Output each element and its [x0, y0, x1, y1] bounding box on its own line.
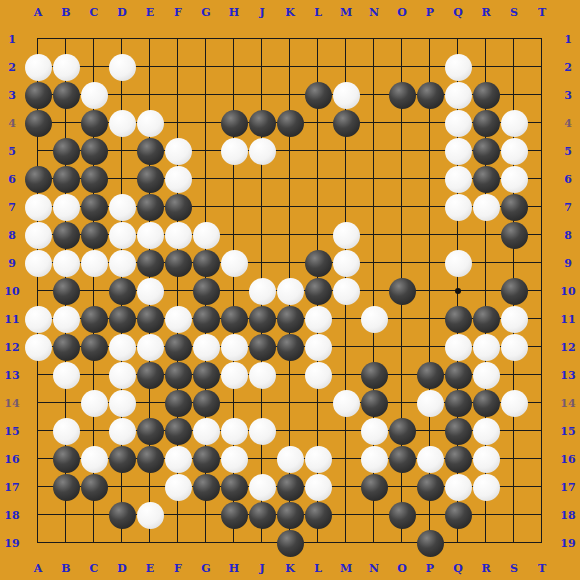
intersection-C9[interactable]: ● — [80, 249, 108, 277]
intersection-B16[interactable]: ● — [52, 445, 80, 473]
intersection-T16[interactable] — [528, 445, 556, 473]
intersection-R11[interactable]: ● — [472, 305, 500, 333]
intersection-M4[interactable]: ● — [332, 109, 360, 137]
intersection-E12[interactable]: ● — [136, 333, 164, 361]
intersection-E18[interactable]: ● — [136, 501, 164, 529]
intersection-A8[interactable]: ● — [24, 221, 52, 249]
intersection-F8[interactable]: ● — [164, 221, 192, 249]
intersection-H2[interactable] — [220, 53, 248, 81]
intersection-J3[interactable] — [248, 81, 276, 109]
intersection-N15[interactable]: ● — [360, 417, 388, 445]
intersection-E7[interactable]: ● — [136, 193, 164, 221]
intersection-H10[interactable] — [220, 277, 248, 305]
intersection-K9[interactable] — [276, 249, 304, 277]
intersection-T8[interactable] — [528, 221, 556, 249]
intersection-A18[interactable] — [24, 501, 52, 529]
intersection-P9[interactable] — [416, 249, 444, 277]
intersection-K7[interactable] — [276, 193, 304, 221]
intersection-J14[interactable] — [248, 389, 276, 417]
intersection-J10[interactable]: ● — [248, 277, 276, 305]
intersection-E13[interactable]: ● — [136, 361, 164, 389]
intersection-D10[interactable]: ● — [108, 277, 136, 305]
intersection-G6[interactable] — [192, 165, 220, 193]
intersection-G12[interactable]: ● — [192, 333, 220, 361]
intersection-C15[interactable] — [80, 417, 108, 445]
intersection-O13[interactable] — [388, 361, 416, 389]
intersection-P10[interactable] — [416, 277, 444, 305]
intersection-B15[interactable]: ● — [52, 417, 80, 445]
intersection-N2[interactable] — [360, 53, 388, 81]
intersection-C13[interactable] — [80, 361, 108, 389]
intersection-N7[interactable] — [360, 193, 388, 221]
intersection-C2[interactable] — [80, 53, 108, 81]
intersection-M11[interactable] — [332, 305, 360, 333]
intersection-B11[interactable]: ● — [52, 305, 80, 333]
intersection-Q6[interactable]: ● — [444, 165, 472, 193]
intersection-F12[interactable]: ● — [164, 333, 192, 361]
intersection-L16[interactable]: ● — [304, 445, 332, 473]
intersection-C18[interactable] — [80, 501, 108, 529]
intersection-L9[interactable]: ● — [304, 249, 332, 277]
intersection-C4[interactable]: ● — [80, 109, 108, 137]
intersection-N4[interactable] — [360, 109, 388, 137]
intersection-D3[interactable] — [108, 81, 136, 109]
intersection-H15[interactable]: ● — [220, 417, 248, 445]
intersection-M15[interactable] — [332, 417, 360, 445]
intersection-B6[interactable]: ● — [52, 165, 80, 193]
intersection-T7[interactable] — [528, 193, 556, 221]
intersection-S11[interactable]: ● — [500, 305, 528, 333]
intersection-T9[interactable] — [528, 249, 556, 277]
intersection-L12[interactable]: ● — [304, 333, 332, 361]
intersection-P17[interactable]: ● — [416, 473, 444, 501]
intersection-O9[interactable] — [388, 249, 416, 277]
intersection-T1[interactable] — [528, 25, 556, 53]
intersection-M8[interactable]: ● — [332, 221, 360, 249]
intersection-E11[interactable]: ● — [136, 305, 164, 333]
intersection-D7[interactable]: ● — [108, 193, 136, 221]
intersection-M10[interactable]: ● — [332, 277, 360, 305]
intersection-A16[interactable] — [24, 445, 52, 473]
intersection-S2[interactable] — [500, 53, 528, 81]
intersection-H16[interactable]: ● — [220, 445, 248, 473]
intersection-Q7[interactable]: ● — [444, 193, 472, 221]
intersection-D1[interactable] — [108, 25, 136, 53]
intersection-P4[interactable] — [416, 109, 444, 137]
intersection-S4[interactable]: ● — [500, 109, 528, 137]
intersection-H1[interactable] — [220, 25, 248, 53]
intersection-B7[interactable]: ● — [52, 193, 80, 221]
intersection-J18[interactable]: ● — [248, 501, 276, 529]
intersection-D13[interactable]: ● — [108, 361, 136, 389]
intersection-B3[interactable]: ● — [52, 81, 80, 109]
intersection-D2[interactable]: ● — [108, 53, 136, 81]
intersection-L2[interactable] — [304, 53, 332, 81]
intersection-N1[interactable] — [360, 25, 388, 53]
intersection-T17[interactable] — [528, 473, 556, 501]
intersection-K11[interactable]: ● — [276, 305, 304, 333]
intersection-J1[interactable] — [248, 25, 276, 53]
intersection-E8[interactable]: ● — [136, 221, 164, 249]
intersection-G15[interactable]: ● — [192, 417, 220, 445]
intersection-O6[interactable] — [388, 165, 416, 193]
intersection-T4[interactable] — [528, 109, 556, 137]
intersection-M19[interactable] — [332, 529, 360, 557]
intersection-O19[interactable] — [388, 529, 416, 557]
intersection-D16[interactable]: ● — [108, 445, 136, 473]
intersection-L15[interactable] — [304, 417, 332, 445]
intersection-D12[interactable]: ● — [108, 333, 136, 361]
intersection-P1[interactable] — [416, 25, 444, 53]
intersection-S7[interactable]: ● — [500, 193, 528, 221]
intersection-H7[interactable] — [220, 193, 248, 221]
intersection-M16[interactable] — [332, 445, 360, 473]
intersection-O10[interactable]: ● — [388, 277, 416, 305]
intersection-N9[interactable] — [360, 249, 388, 277]
intersection-M7[interactable] — [332, 193, 360, 221]
intersection-K14[interactable] — [276, 389, 304, 417]
intersection-F7[interactable]: ● — [164, 193, 192, 221]
intersection-L17[interactable]: ● — [304, 473, 332, 501]
intersection-S12[interactable]: ● — [500, 333, 528, 361]
intersection-R17[interactable]: ● — [472, 473, 500, 501]
intersection-Q2[interactable]: ● — [444, 53, 472, 81]
intersection-Q11[interactable]: ● — [444, 305, 472, 333]
intersection-B1[interactable] — [52, 25, 80, 53]
intersection-O18[interactable]: ● — [388, 501, 416, 529]
intersection-K12[interactable]: ● — [276, 333, 304, 361]
intersection-L14[interactable] — [304, 389, 332, 417]
intersection-T2[interactable] — [528, 53, 556, 81]
intersection-K4[interactable]: ● — [276, 109, 304, 137]
intersection-B4[interactable] — [52, 109, 80, 137]
intersection-K2[interactable] — [276, 53, 304, 81]
intersection-G1[interactable] — [192, 25, 220, 53]
intersection-L4[interactable] — [304, 109, 332, 137]
intersection-F5[interactable]: ● — [164, 137, 192, 165]
intersection-L5[interactable] — [304, 137, 332, 165]
intersection-E17[interactable] — [136, 473, 164, 501]
intersection-R6[interactable]: ● — [472, 165, 500, 193]
intersection-S15[interactable] — [500, 417, 528, 445]
intersection-O15[interactable]: ● — [388, 417, 416, 445]
intersection-A11[interactable]: ● — [24, 305, 52, 333]
intersection-F15[interactable]: ● — [164, 417, 192, 445]
intersection-C10[interactable] — [80, 277, 108, 305]
intersection-C7[interactable]: ● — [80, 193, 108, 221]
intersection-K17[interactable]: ● — [276, 473, 304, 501]
intersection-P12[interactable] — [416, 333, 444, 361]
intersection-C3[interactable]: ● — [80, 81, 108, 109]
intersection-A6[interactable]: ● — [24, 165, 52, 193]
intersection-M9[interactable]: ● — [332, 249, 360, 277]
intersection-Q1[interactable] — [444, 25, 472, 53]
intersection-H3[interactable] — [220, 81, 248, 109]
intersection-H5[interactable]: ● — [220, 137, 248, 165]
intersection-R14[interactable]: ● — [472, 389, 500, 417]
intersection-K18[interactable]: ● — [276, 501, 304, 529]
intersection-G10[interactable]: ● — [192, 277, 220, 305]
intersection-D15[interactable]: ● — [108, 417, 136, 445]
intersection-C12[interactable]: ● — [80, 333, 108, 361]
intersection-R2[interactable] — [472, 53, 500, 81]
intersection-L10[interactable]: ● — [304, 277, 332, 305]
intersection-T13[interactable] — [528, 361, 556, 389]
intersection-N6[interactable] — [360, 165, 388, 193]
intersection-P14[interactable]: ● — [416, 389, 444, 417]
intersection-N14[interactable]: ● — [360, 389, 388, 417]
intersection-R16[interactable]: ● — [472, 445, 500, 473]
intersection-T15[interactable] — [528, 417, 556, 445]
intersection-O17[interactable] — [388, 473, 416, 501]
intersection-O1[interactable] — [388, 25, 416, 53]
intersection-F9[interactable]: ● — [164, 249, 192, 277]
intersection-A4[interactable]: ● — [24, 109, 52, 137]
intersection-K3[interactable] — [276, 81, 304, 109]
intersection-G9[interactable]: ● — [192, 249, 220, 277]
intersection-R12[interactable]: ● — [472, 333, 500, 361]
intersection-T11[interactable] — [528, 305, 556, 333]
intersection-J13[interactable]: ● — [248, 361, 276, 389]
intersection-E2[interactable] — [136, 53, 164, 81]
intersection-E9[interactable]: ● — [136, 249, 164, 277]
intersection-D5[interactable] — [108, 137, 136, 165]
intersection-G19[interactable] — [192, 529, 220, 557]
intersection-M18[interactable] — [332, 501, 360, 529]
intersection-L18[interactable]: ● — [304, 501, 332, 529]
intersection-N10[interactable] — [360, 277, 388, 305]
intersection-M6[interactable] — [332, 165, 360, 193]
intersection-P6[interactable] — [416, 165, 444, 193]
intersection-A7[interactable]: ● — [24, 193, 52, 221]
intersection-S18[interactable] — [500, 501, 528, 529]
intersection-B9[interactable]: ● — [52, 249, 80, 277]
intersection-E15[interactable]: ● — [136, 417, 164, 445]
intersection-F17[interactable]: ● — [164, 473, 192, 501]
intersection-T19[interactable] — [528, 529, 556, 557]
intersection-R18[interactable] — [472, 501, 500, 529]
intersection-G18[interactable] — [192, 501, 220, 529]
intersection-F14[interactable]: ● — [164, 389, 192, 417]
intersection-G11[interactable]: ● — [192, 305, 220, 333]
intersection-P19[interactable]: ● — [416, 529, 444, 557]
intersection-T14[interactable] — [528, 389, 556, 417]
intersection-N16[interactable]: ● — [360, 445, 388, 473]
intersection-E6[interactable]: ● — [136, 165, 164, 193]
intersection-J2[interactable] — [248, 53, 276, 81]
intersection-B5[interactable]: ● — [52, 137, 80, 165]
intersection-N12[interactable] — [360, 333, 388, 361]
intersection-B8[interactable]: ● — [52, 221, 80, 249]
intersection-L6[interactable] — [304, 165, 332, 193]
intersection-C17[interactable]: ● — [80, 473, 108, 501]
intersection-M1[interactable] — [332, 25, 360, 53]
intersection-O4[interactable] — [388, 109, 416, 137]
intersection-L11[interactable]: ● — [304, 305, 332, 333]
intersection-P15[interactable] — [416, 417, 444, 445]
intersection-M2[interactable] — [332, 53, 360, 81]
intersection-E5[interactable]: ● — [136, 137, 164, 165]
intersection-T3[interactable] — [528, 81, 556, 109]
intersection-Q13[interactable]: ● — [444, 361, 472, 389]
intersection-H12[interactable]: ● — [220, 333, 248, 361]
intersection-D18[interactable]: ● — [108, 501, 136, 529]
intersection-O3[interactable]: ● — [388, 81, 416, 109]
intersection-F1[interactable] — [164, 25, 192, 53]
intersection-A10[interactable] — [24, 277, 52, 305]
intersection-Q9[interactable]: ● — [444, 249, 472, 277]
intersection-S1[interactable] — [500, 25, 528, 53]
intersection-N13[interactable]: ● — [360, 361, 388, 389]
intersection-J7[interactable] — [248, 193, 276, 221]
intersection-D14[interactable]: ● — [108, 389, 136, 417]
intersection-G8[interactable]: ● — [192, 221, 220, 249]
intersection-J19[interactable] — [248, 529, 276, 557]
intersection-E3[interactable] — [136, 81, 164, 109]
intersection-O16[interactable]: ● — [388, 445, 416, 473]
intersection-C5[interactable]: ● — [80, 137, 108, 165]
intersection-G2[interactable] — [192, 53, 220, 81]
intersection-J6[interactable] — [248, 165, 276, 193]
intersection-R15[interactable]: ● — [472, 417, 500, 445]
intersection-P8[interactable] — [416, 221, 444, 249]
intersection-H19[interactable] — [220, 529, 248, 557]
intersection-H4[interactable]: ● — [220, 109, 248, 137]
intersection-G5[interactable] — [192, 137, 220, 165]
intersection-F13[interactable]: ● — [164, 361, 192, 389]
intersection-T5[interactable] — [528, 137, 556, 165]
intersection-Q5[interactable]: ● — [444, 137, 472, 165]
intersection-G4[interactable] — [192, 109, 220, 137]
intersection-G14[interactable]: ● — [192, 389, 220, 417]
intersection-A12[interactable]: ● — [24, 333, 52, 361]
intersection-G17[interactable]: ● — [192, 473, 220, 501]
intersection-O2[interactable] — [388, 53, 416, 81]
intersection-G7[interactable] — [192, 193, 220, 221]
intersection-D19[interactable] — [108, 529, 136, 557]
intersection-A3[interactable]: ● — [24, 81, 52, 109]
intersection-S16[interactable] — [500, 445, 528, 473]
intersection-N18[interactable] — [360, 501, 388, 529]
intersection-C14[interactable]: ● — [80, 389, 108, 417]
intersection-A14[interactable] — [24, 389, 52, 417]
intersection-E14[interactable] — [136, 389, 164, 417]
intersection-B18[interactable] — [52, 501, 80, 529]
intersection-A15[interactable] — [24, 417, 52, 445]
intersection-F11[interactable]: ● — [164, 305, 192, 333]
intersection-J17[interactable]: ● — [248, 473, 276, 501]
intersection-N5[interactable] — [360, 137, 388, 165]
intersection-K8[interactable] — [276, 221, 304, 249]
intersection-F3[interactable] — [164, 81, 192, 109]
intersection-S5[interactable]: ● — [500, 137, 528, 165]
intersection-E16[interactable]: ● — [136, 445, 164, 473]
intersection-E4[interactable]: ● — [136, 109, 164, 137]
intersection-Q8[interactable] — [444, 221, 472, 249]
intersection-G13[interactable]: ● — [192, 361, 220, 389]
intersection-P2[interactable] — [416, 53, 444, 81]
intersection-H18[interactable]: ● — [220, 501, 248, 529]
intersection-O11[interactable] — [388, 305, 416, 333]
intersection-E19[interactable] — [136, 529, 164, 557]
intersection-R7[interactable]: ● — [472, 193, 500, 221]
intersection-Q4[interactable]: ● — [444, 109, 472, 137]
intersection-F4[interactable] — [164, 109, 192, 137]
intersection-H6[interactable] — [220, 165, 248, 193]
intersection-K10[interactable]: ● — [276, 277, 304, 305]
intersection-J15[interactable]: ● — [248, 417, 276, 445]
intersection-O5[interactable] — [388, 137, 416, 165]
intersection-K16[interactable]: ● — [276, 445, 304, 473]
intersection-J5[interactable]: ● — [248, 137, 276, 165]
intersection-R19[interactable] — [472, 529, 500, 557]
intersection-S13[interactable] — [500, 361, 528, 389]
intersection-L8[interactable] — [304, 221, 332, 249]
intersection-C16[interactable]: ● — [80, 445, 108, 473]
intersection-B2[interactable]: ● — [52, 53, 80, 81]
intersection-R1[interactable] — [472, 25, 500, 53]
intersection-C8[interactable]: ● — [80, 221, 108, 249]
intersection-T10[interactable] — [528, 277, 556, 305]
intersection-C11[interactable]: ● — [80, 305, 108, 333]
intersection-R13[interactable]: ● — [472, 361, 500, 389]
intersection-J12[interactable]: ● — [248, 333, 276, 361]
intersection-R4[interactable]: ● — [472, 109, 500, 137]
intersection-L19[interactable] — [304, 529, 332, 557]
intersection-R3[interactable]: ● — [472, 81, 500, 109]
intersection-F19[interactable] — [164, 529, 192, 557]
intersection-F10[interactable] — [164, 277, 192, 305]
intersection-M5[interactable] — [332, 137, 360, 165]
intersection-K19[interactable]: ● — [276, 529, 304, 557]
intersection-N3[interactable] — [360, 81, 388, 109]
intersection-N11[interactable]: ● — [360, 305, 388, 333]
intersection-Q16[interactable]: ● — [444, 445, 472, 473]
intersection-P11[interactable] — [416, 305, 444, 333]
intersection-T18[interactable] — [528, 501, 556, 529]
intersection-H9[interactable]: ● — [220, 249, 248, 277]
intersection-R10[interactable] — [472, 277, 500, 305]
intersection-D11[interactable]: ● — [108, 305, 136, 333]
intersection-R9[interactable] — [472, 249, 500, 277]
intersection-M17[interactable] — [332, 473, 360, 501]
intersection-C19[interactable] — [80, 529, 108, 557]
intersection-K15[interactable] — [276, 417, 304, 445]
intersection-F18[interactable] — [164, 501, 192, 529]
intersection-P3[interactable]: ● — [416, 81, 444, 109]
intersection-H13[interactable]: ● — [220, 361, 248, 389]
intersection-O7[interactable] — [388, 193, 416, 221]
intersection-M13[interactable] — [332, 361, 360, 389]
intersection-B10[interactable]: ● — [52, 277, 80, 305]
intersection-P18[interactable] — [416, 501, 444, 529]
intersection-C6[interactable]: ● — [80, 165, 108, 193]
intersection-L3[interactable]: ● — [304, 81, 332, 109]
intersection-A17[interactable] — [24, 473, 52, 501]
intersection-M12[interactable] — [332, 333, 360, 361]
intersection-L1[interactable] — [304, 25, 332, 53]
intersection-Q19[interactable] — [444, 529, 472, 557]
intersection-S9[interactable] — [500, 249, 528, 277]
intersection-K5[interactable] — [276, 137, 304, 165]
intersection-E10[interactable]: ● — [136, 277, 164, 305]
intersection-H17[interactable]: ● — [220, 473, 248, 501]
intersection-Q3[interactable]: ● — [444, 81, 472, 109]
intersection-Q12[interactable]: ● — [444, 333, 472, 361]
intersection-Q10[interactable] — [444, 277, 472, 305]
intersection-A13[interactable] — [24, 361, 52, 389]
intersection-K13[interactable] — [276, 361, 304, 389]
